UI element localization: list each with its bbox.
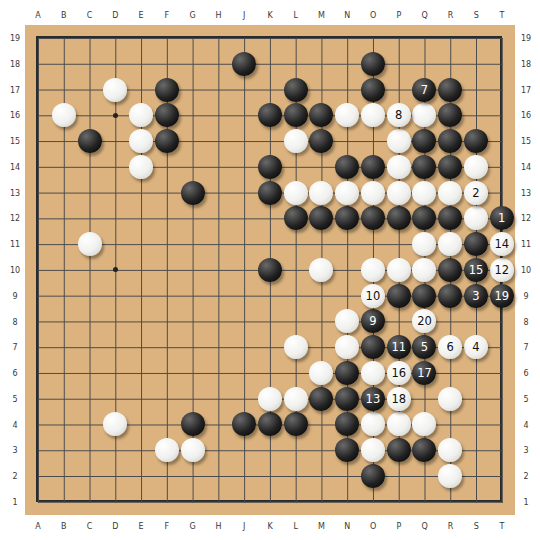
black-stone-M5[interactable] xyxy=(309,387,333,411)
white-stone-E15[interactable] xyxy=(129,129,153,153)
black-stone-N6[interactable] xyxy=(335,361,359,385)
row-label-left-14: 14 xyxy=(10,162,20,171)
row-label-right-13: 13 xyxy=(521,188,531,197)
col-label-top-A: A xyxy=(35,11,40,20)
black-stone-Q15[interactable] xyxy=(412,129,436,153)
row-label-left-3: 3 xyxy=(12,446,17,455)
col-label-bottom-N: N xyxy=(344,522,350,531)
black-stone-J18[interactable] xyxy=(232,52,256,76)
row-label-right-3: 3 xyxy=(523,446,528,455)
row-label-right-9: 9 xyxy=(523,291,528,300)
black-stone-P3[interactable] xyxy=(387,438,411,462)
black-stone-G13[interactable] xyxy=(181,181,205,205)
black-stone-N4[interactable] xyxy=(335,412,359,436)
col-label-bottom-J: J xyxy=(243,522,245,531)
col-label-top-Q: Q xyxy=(422,11,428,20)
row-label-right-6: 6 xyxy=(523,369,528,378)
row-label-right-15: 15 xyxy=(521,137,531,146)
white-stone-Q4[interactable] xyxy=(412,412,436,436)
row-label-left-5: 5 xyxy=(12,394,17,403)
black-stone-P12[interactable] xyxy=(387,206,411,230)
black-stone-R12[interactable] xyxy=(438,206,462,230)
white-stone-P15[interactable] xyxy=(387,129,411,153)
black-stone-Q3[interactable] xyxy=(412,438,436,462)
white-stone-Q13[interactable] xyxy=(412,181,436,205)
black-stone-L4[interactable] xyxy=(284,412,308,436)
black-stone-R15[interactable] xyxy=(438,129,462,153)
col-label-bottom-Q: Q xyxy=(422,522,428,531)
black-stone-M12[interactable] xyxy=(309,206,333,230)
white-stone-E14[interactable] xyxy=(129,155,153,179)
black-stone-Q6[interactable]: 17 xyxy=(412,361,436,385)
row-label-left-8: 8 xyxy=(12,317,17,326)
white-stone-O6[interactable] xyxy=(361,361,385,385)
white-stone-R11[interactable] xyxy=(438,232,462,256)
row-label-left-10: 10 xyxy=(10,266,20,275)
col-label-bottom-P: P xyxy=(396,522,401,531)
white-stone-M6[interactable] xyxy=(309,361,333,385)
black-stone-Q17[interactable]: 7 xyxy=(412,78,436,102)
row-label-left-15: 15 xyxy=(10,137,20,146)
white-stone-T11[interactable]: 14 xyxy=(490,232,514,256)
white-stone-P5[interactable]: 18 xyxy=(387,387,411,411)
white-stone-N16[interactable] xyxy=(335,103,359,127)
black-stone-F15[interactable] xyxy=(155,129,179,153)
black-stone-Q14[interactable] xyxy=(412,155,436,179)
row-label-left-12: 12 xyxy=(10,214,20,223)
white-stone-L7[interactable] xyxy=(284,335,308,359)
col-label-bottom-T: T xyxy=(500,522,505,531)
black-stone-R17[interactable] xyxy=(438,78,462,102)
black-stone-F16[interactable] xyxy=(155,103,179,127)
col-label-bottom-S: S xyxy=(474,522,479,531)
white-stone-N8[interactable] xyxy=(335,309,359,333)
black-stone-Q7[interactable]: 5 xyxy=(412,335,436,359)
col-label-top-M: M xyxy=(318,11,325,20)
col-label-bottom-M: M xyxy=(318,522,325,531)
black-stone-S9[interactable]: 3 xyxy=(464,284,488,308)
row-label-right-19: 19 xyxy=(521,34,531,43)
white-stone-N7[interactable] xyxy=(335,335,359,359)
black-stone-R16[interactable] xyxy=(438,103,462,127)
col-label-bottom-A: A xyxy=(35,522,40,531)
row-label-right-2: 2 xyxy=(523,472,528,481)
board-point-grid: 1234567891011121314151617181920 xyxy=(25,25,515,515)
row-label-left-16: 16 xyxy=(10,111,20,120)
white-stone-P4[interactable] xyxy=(387,412,411,436)
white-stone-R3[interactable] xyxy=(438,438,462,462)
col-label-bottom-O: O xyxy=(370,522,376,531)
col-label-bottom-D: D xyxy=(112,522,118,531)
col-label-top-S: S xyxy=(474,11,479,20)
white-stone-M10[interactable] xyxy=(309,258,333,282)
col-label-bottom-H: H xyxy=(215,522,221,531)
row-label-right-14: 14 xyxy=(521,162,531,171)
black-stone-S15[interactable] xyxy=(464,129,488,153)
black-stone-L16[interactable] xyxy=(284,103,308,127)
white-stone-S7[interactable]: 4 xyxy=(464,335,488,359)
col-label-top-K: K xyxy=(267,11,272,20)
white-stone-R7[interactable]: 6 xyxy=(438,335,462,359)
black-stone-N5[interactable] xyxy=(335,387,359,411)
black-stone-O8[interactable]: 9 xyxy=(361,309,385,333)
white-stone-L13[interactable] xyxy=(284,181,308,205)
row-label-left-11: 11 xyxy=(10,240,20,249)
black-stone-P9[interactable] xyxy=(387,284,411,308)
white-stone-Q16[interactable] xyxy=(412,103,436,127)
black-stone-O7[interactable] xyxy=(361,335,385,359)
white-stone-E16[interactable] xyxy=(129,103,153,127)
black-stone-O18[interactable] xyxy=(361,52,385,76)
black-stone-K14[interactable] xyxy=(258,155,282,179)
black-stone-R14[interactable] xyxy=(438,155,462,179)
col-label-top-D: D xyxy=(112,11,118,20)
col-label-top-H: H xyxy=(215,11,221,20)
white-stone-N13[interactable] xyxy=(335,181,359,205)
black-stone-O5[interactable]: 13 xyxy=(361,387,385,411)
white-stone-B16[interactable] xyxy=(52,103,76,127)
col-label-top-F: F xyxy=(165,11,170,20)
white-stone-Q8[interactable]: 20 xyxy=(412,309,436,333)
white-stone-K5[interactable] xyxy=(258,387,282,411)
black-stone-K4[interactable] xyxy=(258,412,282,436)
col-label-bottom-R: R xyxy=(448,522,454,531)
white-stone-Q11[interactable] xyxy=(412,232,436,256)
col-label-top-E: E xyxy=(139,11,144,20)
white-stone-P16[interactable]: 8 xyxy=(387,103,411,127)
black-stone-K13[interactable] xyxy=(258,181,282,205)
white-stone-P6[interactable]: 16 xyxy=(387,361,411,385)
col-label-top-O: O xyxy=(370,11,376,20)
black-stone-F17[interactable] xyxy=(155,78,179,102)
row-label-left-2: 2 xyxy=(12,472,17,481)
black-stone-M15[interactable] xyxy=(309,129,333,153)
black-stone-P7[interactable]: 11 xyxy=(387,335,411,359)
white-stone-Q10[interactable] xyxy=(412,258,436,282)
col-label-bottom-B: B xyxy=(61,522,67,531)
white-stone-F3[interactable] xyxy=(155,438,179,462)
white-stone-O13[interactable] xyxy=(361,181,385,205)
white-stone-T10[interactable]: 12 xyxy=(490,258,514,282)
white-stone-R5[interactable] xyxy=(438,387,462,411)
white-stone-O9[interactable]: 10 xyxy=(361,284,385,308)
black-stone-O17[interactable] xyxy=(361,78,385,102)
row-label-right-8: 8 xyxy=(523,317,528,326)
row-label-right-16: 16 xyxy=(521,111,531,120)
black-stone-G4[interactable] xyxy=(181,412,205,436)
row-label-right-12: 12 xyxy=(521,214,531,223)
white-stone-S13[interactable]: 2 xyxy=(464,181,488,205)
white-stone-P14[interactable] xyxy=(387,155,411,179)
white-stone-O16[interactable] xyxy=(361,103,385,127)
white-stone-C11[interactable] xyxy=(78,232,102,256)
row-label-left-9: 9 xyxy=(12,291,17,300)
black-stone-O2[interactable] xyxy=(361,464,385,488)
black-stone-R9[interactable] xyxy=(438,284,462,308)
black-stone-S11[interactable] xyxy=(464,232,488,256)
black-stone-R10[interactable] xyxy=(438,258,462,282)
white-stone-P13[interactable] xyxy=(387,181,411,205)
row-label-left-17: 17 xyxy=(10,85,20,94)
row-label-right-11: 11 xyxy=(521,240,531,249)
white-stone-R2[interactable] xyxy=(438,464,462,488)
white-stone-G3[interactable] xyxy=(181,438,205,462)
white-stone-O3[interactable] xyxy=(361,438,385,462)
black-stone-S10[interactable]: 15 xyxy=(464,258,488,282)
white-stone-O4[interactable] xyxy=(361,412,385,436)
white-stone-L5[interactable] xyxy=(284,387,308,411)
row-label-right-18: 18 xyxy=(521,59,531,68)
row-label-left-6: 6 xyxy=(12,369,17,378)
row-label-left-1: 1 xyxy=(12,498,17,507)
col-label-top-J: J xyxy=(243,11,245,20)
black-stone-J4[interactable] xyxy=(232,412,256,436)
col-label-top-N: N xyxy=(344,11,350,20)
row-label-right-7: 7 xyxy=(523,343,528,352)
black-stone-N14[interactable] xyxy=(335,155,359,179)
col-label-top-R: R xyxy=(448,11,454,20)
row-label-left-4: 4 xyxy=(12,420,17,429)
black-stone-K10[interactable] xyxy=(258,258,282,282)
black-stone-K16[interactable] xyxy=(258,103,282,127)
col-label-bottom-C: C xyxy=(87,522,93,531)
white-stone-O10[interactable] xyxy=(361,258,385,282)
white-stone-L15[interactable] xyxy=(284,129,308,153)
col-label-top-T: T xyxy=(500,11,505,20)
row-label-right-10: 10 xyxy=(521,266,531,275)
white-stone-P10[interactable] xyxy=(387,258,411,282)
black-stone-T9[interactable]: 19 xyxy=(490,284,514,308)
white-stone-D17[interactable] xyxy=(103,78,127,102)
black-stone-L12[interactable] xyxy=(284,206,308,230)
col-label-top-C: C xyxy=(87,11,93,20)
black-stone-M16[interactable] xyxy=(309,103,333,127)
black-stone-O12[interactable] xyxy=(361,206,385,230)
row-label-left-18: 18 xyxy=(10,59,20,68)
black-stone-N12[interactable] xyxy=(335,206,359,230)
white-stone-R13[interactable] xyxy=(438,181,462,205)
row-label-left-7: 7 xyxy=(12,343,17,352)
row-label-right-17: 17 xyxy=(521,85,531,94)
black-stone-Q12[interactable] xyxy=(412,206,436,230)
white-stone-S14[interactable] xyxy=(464,155,488,179)
black-stone-C15[interactable] xyxy=(78,129,102,153)
star-point xyxy=(113,267,118,272)
col-label-bottom-F: F xyxy=(165,522,170,531)
col-label-top-G: G xyxy=(190,11,196,20)
col-label-bottom-E: E xyxy=(139,522,144,531)
col-label-top-L: L xyxy=(294,11,298,20)
white-stone-S12[interactable] xyxy=(464,206,488,230)
black-stone-Q9[interactable] xyxy=(412,284,436,308)
white-stone-D4[interactable] xyxy=(103,412,127,436)
col-label-top-B: B xyxy=(61,11,67,20)
row-label-right-1: 1 xyxy=(523,498,528,507)
col-label-bottom-K: K xyxy=(267,522,272,531)
row-label-right-5: 5 xyxy=(523,394,528,403)
star-point xyxy=(113,113,118,118)
go-diagram: 1234567891011121314151617181920 AABBCCDD… xyxy=(0,0,540,540)
white-stone-M13[interactable] xyxy=(309,181,333,205)
row-label-left-19: 19 xyxy=(10,34,20,43)
row-label-left-13: 13 xyxy=(10,188,20,197)
col-label-top-P: P xyxy=(396,11,401,20)
black-stone-L17[interactable] xyxy=(284,78,308,102)
row-label-right-4: 4 xyxy=(523,420,528,429)
black-stone-O14[interactable] xyxy=(361,155,385,179)
col-label-bottom-L: L xyxy=(294,522,298,531)
black-stone-N3[interactable] xyxy=(335,438,359,462)
col-label-bottom-G: G xyxy=(190,522,196,531)
black-stone-T12[interactable]: 1 xyxy=(490,206,514,230)
